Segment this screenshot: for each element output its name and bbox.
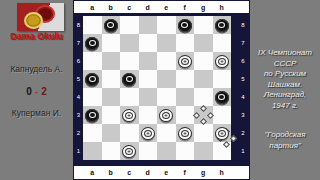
square-b8[interactable] [102,16,121,34]
white-man-d2[interactable] [141,127,155,140]
square-a6[interactable] [83,52,102,70]
square-b7[interactable] [102,34,121,52]
rank-label-6: 6 [74,52,83,70]
file-labels-top: abcdefgh [74,1,249,13]
rank-labels-left: 87654321 [74,16,83,160]
white-man-f2[interactable] [178,127,192,140]
square-a4[interactable] [83,88,102,106]
white-man-h2[interactable] [215,127,229,140]
white-man-e3[interactable] [159,109,173,122]
black-man-h4[interactable] [215,91,229,104]
opening-name: "Городскаяпартия" [250,130,320,151]
square-a2[interactable] [83,124,102,142]
square-h1[interactable] [213,142,232,160]
rank-label-8: 8 [231,16,249,34]
square-c3[interactable] [120,106,139,124]
score-left: 0 [26,86,32,97]
square-f5[interactable] [176,70,195,88]
file-label-h: h [213,166,232,178]
square-e5[interactable] [157,70,176,88]
square-g2[interactable] [194,124,213,142]
square-b6[interactable] [102,52,121,70]
black-man-b8[interactable] [104,19,118,32]
event-description-line: Ленинград, [250,90,320,101]
file-label-c: c [120,1,139,13]
board-grid [83,16,231,160]
square-b5[interactable] [102,70,121,88]
board-widget: abcdefgh 87654321 87654321 abcdefgh [73,0,250,180]
square-f7[interactable] [176,34,195,52]
score-separator: - [35,86,38,97]
white-man-c3[interactable] [122,109,136,122]
square-c1[interactable] [120,142,139,160]
square-h2[interactable] [213,124,232,142]
info-panel: IX ЧемпионатСССРпо РусскимШашкам.Ленингр… [250,0,320,180]
opening-name-line: партия" [250,141,320,152]
square-g3[interactable] [194,106,213,124]
event-description-line: IX Чемпионат [250,48,320,59]
square-f6[interactable] [176,52,195,70]
square-a5[interactable] [83,70,102,88]
square-b3[interactable] [102,106,121,124]
rank-label-3: 3 [74,106,83,124]
square-f2[interactable] [176,124,195,142]
rank-label-2: 2 [74,124,83,142]
square-c2[interactable] [120,124,139,142]
square-d5[interactable] [139,70,158,88]
square-e3[interactable] [157,106,176,124]
rank-label-7: 7 [231,34,249,52]
square-b1[interactable] [102,142,121,160]
left-sidebar: Dama Okulu Капнудель А. 0-2 Куперман И. [0,0,73,180]
player-bottom-name: Куперман И. [0,108,73,118]
white-man-f6[interactable] [178,55,192,68]
file-label-f: f [176,166,195,178]
match-score: 0-2 [0,86,73,97]
black-man-a3[interactable] [85,109,99,122]
file-label-b: b [102,1,121,13]
square-g7[interactable] [194,34,213,52]
rank-label-3: 3 [231,106,249,124]
square-h3[interactable] [213,106,232,124]
square-h8[interactable] [213,16,232,34]
square-f4[interactable] [176,88,195,106]
file-label-e: e [157,166,176,178]
square-d6[interactable] [139,52,158,70]
event-description-line: Шашкам. [250,80,320,91]
square-a8[interactable] [83,16,102,34]
rank-label-4: 4 [231,88,249,106]
square-d1[interactable] [139,142,158,160]
rank-label-5: 5 [231,70,249,88]
square-h7[interactable] [213,34,232,52]
player-top-name: Капнудель А. [0,64,73,74]
square-e2[interactable] [157,124,176,142]
event-description-line: СССР [250,59,320,70]
square-c5[interactable] [120,70,139,88]
square-d7[interactable] [139,34,158,52]
square-c8[interactable] [120,16,139,34]
square-c4[interactable] [120,88,139,106]
square-b2[interactable] [102,124,121,142]
square-e8[interactable] [157,16,176,34]
square-a1[interactable] [83,142,102,160]
square-g5[interactable] [194,70,213,88]
rank-label-5: 5 [74,70,83,88]
file-label-e: e [157,1,176,13]
square-g6[interactable] [194,52,213,70]
dama-okulu-logo [17,3,64,31]
board-frame: 87654321 87654321 [74,13,249,166]
opening-name-line: "Городская [250,130,320,141]
square-h6[interactable] [213,52,232,70]
square-a3[interactable] [83,106,102,124]
square-g4[interactable] [194,88,213,106]
black-man-a5[interactable] [85,73,99,86]
move-marker-icon [194,106,213,124]
black-man-f8[interactable] [178,19,192,32]
logo-gold-checker-icon [24,12,43,29]
event-description-line: 1947 г. [250,101,320,112]
square-h5[interactable] [213,70,232,88]
rank-label-7: 7 [74,34,83,52]
logo-title: Dama Okulu [0,31,73,41]
event-description: IX ЧемпионатСССРпо РусскимШашкам.Ленингр… [250,48,320,111]
square-b4[interactable] [102,88,121,106]
file-label-f: f [176,1,195,13]
score-right: 2 [41,86,47,97]
rank-label-1: 1 [74,142,83,160]
square-d4[interactable] [139,88,158,106]
file-label-g: g [194,166,213,178]
square-e1[interactable] [157,142,176,160]
rank-label-4: 4 [74,88,83,106]
square-f1[interactable] [176,142,195,160]
white-man-c1[interactable] [122,145,136,158]
square-c6[interactable] [120,52,139,70]
file-label-d: d [139,1,158,13]
rank-label-2: 2 [231,124,249,142]
rank-label-8: 8 [74,16,83,34]
white-man-h6[interactable] [215,55,229,68]
square-f8[interactable] [176,16,195,34]
square-e4[interactable] [157,88,176,106]
square-e6[interactable] [157,52,176,70]
square-h4[interactable] [213,88,232,106]
file-label-b: b [102,166,121,178]
black-man-h8[interactable] [215,19,229,32]
square-g1[interactable] [194,142,213,160]
file-label-g: g [194,1,213,13]
file-label-h: h [213,1,232,13]
square-g8[interactable] [194,16,213,34]
square-f3[interactable] [176,106,195,124]
square-c7[interactable] [120,34,139,52]
file-label-a: a [83,1,102,13]
file-label-a: a [83,166,102,178]
square-e7[interactable] [157,34,176,52]
square-d8[interactable] [139,16,158,34]
rank-label-1: 1 [231,142,249,160]
rank-labels-right: 87654321 [231,16,249,160]
square-d3[interactable] [139,106,158,124]
black-man-a7[interactable] [85,37,99,50]
event-description-line: по Русским [250,69,320,80]
file-label-d: d [139,166,158,178]
rank-label-6: 6 [231,52,249,70]
square-a7[interactable] [83,34,102,52]
black-man-c5[interactable] [122,73,136,86]
file-labels-bottom: abcdefgh [74,166,249,178]
file-label-c: c [120,166,139,178]
square-d2[interactable] [139,124,158,142]
